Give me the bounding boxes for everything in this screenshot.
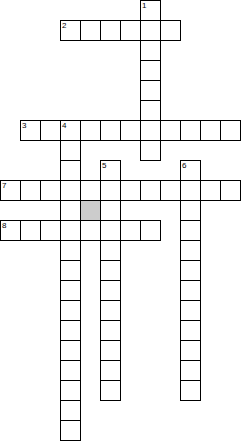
grid-cell[interactable] — [180, 200, 201, 221]
grid-cell[interactable] — [60, 240, 81, 261]
grid-cell[interactable] — [60, 360, 81, 381]
clue-number: 7 — [2, 181, 6, 190]
clue-number: 2 — [62, 21, 66, 30]
grid-cell[interactable] — [20, 180, 41, 201]
grid-cell[interactable] — [100, 280, 121, 301]
grid-cell[interactable] — [180, 240, 201, 261]
grid-cell[interactable] — [100, 220, 121, 241]
grid-cell[interactable] — [180, 180, 201, 201]
grid-cell[interactable] — [40, 220, 61, 241]
grid-cell[interactable] — [60, 220, 81, 241]
grid-cell[interactable] — [100, 180, 121, 201]
grid-cell[interactable] — [180, 380, 201, 401]
grid-cell[interactable] — [100, 20, 121, 41]
crossword-board: 12345678 — [0, 0, 241, 441]
grid-cell[interactable]: 2 — [60, 20, 81, 41]
grid-cell[interactable] — [60, 180, 81, 201]
grid-cell[interactable] — [220, 120, 241, 141]
grid-cell[interactable] — [140, 100, 161, 121]
grid-cell[interactable] — [60, 340, 81, 361]
grid-cell[interactable]: 7 — [0, 180, 21, 201]
grid-cell[interactable] — [60, 200, 81, 221]
clue-number: 8 — [2, 221, 6, 230]
grid-cell[interactable] — [100, 320, 121, 341]
grid-cell[interactable] — [100, 360, 121, 381]
grid-cell[interactable] — [180, 300, 201, 321]
grid-cell[interactable]: 5 — [100, 160, 121, 181]
grid-cell[interactable] — [140, 180, 161, 201]
grid-cell[interactable]: 1 — [140, 0, 161, 21]
grid-cell[interactable] — [120, 120, 141, 141]
grid-cell[interactable] — [180, 340, 201, 361]
grid-cell[interactable] — [60, 400, 81, 421]
grid-cell[interactable] — [160, 20, 181, 41]
grid-cell[interactable] — [160, 180, 181, 201]
grid-cell[interactable] — [140, 220, 161, 241]
grid-cell[interactable] — [80, 20, 101, 41]
grid-cell[interactable] — [80, 220, 101, 241]
grid-cell[interactable] — [100, 120, 121, 141]
grid-cell[interactable] — [60, 260, 81, 281]
grid-cell[interactable] — [220, 180, 241, 201]
grid-cell[interactable] — [200, 180, 221, 201]
grid-cell[interactable]: 4 — [60, 120, 81, 141]
grid-cell[interactable] — [100, 300, 121, 321]
grid-cell[interactable] — [60, 300, 81, 321]
grid-cell[interactable] — [140, 60, 161, 81]
grid-cell[interactable] — [100, 380, 121, 401]
grid-cell[interactable] — [140, 140, 161, 161]
grid-cell[interactable] — [80, 120, 101, 141]
grid-cell[interactable]: 3 — [20, 120, 41, 141]
grid-cell[interactable] — [180, 360, 201, 381]
grid-cell[interactable] — [60, 380, 81, 401]
grid-cell[interactable] — [140, 120, 161, 141]
clue-number: 3 — [22, 121, 26, 130]
grid-cell[interactable] — [100, 260, 121, 281]
grid-cell[interactable] — [140, 20, 161, 41]
grid-cell[interactable] — [180, 320, 201, 341]
grid-cell[interactable] — [160, 120, 181, 141]
grid-cell[interactable] — [60, 320, 81, 341]
grid-cell[interactable] — [80, 180, 101, 201]
grid-cell[interactable] — [180, 280, 201, 301]
grid-cell[interactable] — [60, 280, 81, 301]
grid-cell[interactable] — [200, 120, 221, 141]
grid-cell[interactable] — [140, 80, 161, 101]
grid-cell[interactable] — [120, 20, 141, 41]
shaded-cell — [80, 200, 101, 221]
grid-cell[interactable] — [60, 160, 81, 181]
grid-cell[interactable] — [100, 340, 121, 361]
grid-cell[interactable]: 6 — [180, 160, 201, 181]
grid-cell[interactable] — [60, 140, 81, 161]
grid-cell[interactable] — [40, 120, 61, 141]
grid-cell[interactable] — [120, 180, 141, 201]
grid-cell[interactable] — [180, 120, 201, 141]
grid-cell[interactable] — [60, 420, 81, 441]
grid-cell[interactable] — [100, 240, 121, 261]
grid-cell[interactable] — [20, 220, 41, 241]
clue-number: 4 — [62, 121, 66, 130]
grid-cell[interactable] — [120, 220, 141, 241]
grid-cell[interactable]: 8 — [0, 220, 21, 241]
grid-cell[interactable] — [100, 200, 121, 221]
clue-number: 6 — [182, 161, 186, 170]
grid-cell[interactable] — [40, 180, 61, 201]
grid-cell[interactable] — [180, 260, 201, 281]
grid-cell[interactable] — [140, 40, 161, 61]
grid-cell[interactable] — [180, 220, 201, 241]
clue-number: 1 — [142, 1, 146, 10]
clue-number: 5 — [102, 161, 106, 170]
